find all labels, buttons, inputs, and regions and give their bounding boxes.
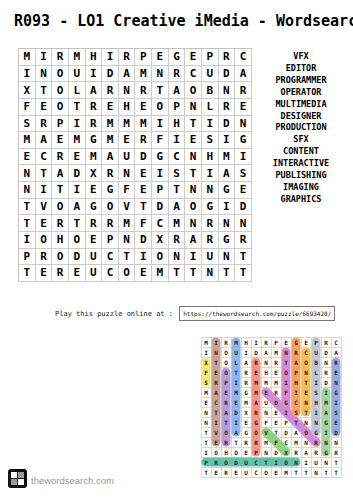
grid-cell: T: [219, 265, 236, 282]
grid-cell: O: [281, 367, 291, 377]
grid-cell: I: [102, 49, 119, 66]
grid-cell: M: [135, 116, 152, 133]
grid-cell: R: [221, 337, 231, 347]
grid-cell: T: [201, 427, 211, 437]
grid-cell: T: [19, 265, 36, 282]
grid-cell: I: [321, 427, 331, 437]
grid-cell: F: [271, 437, 281, 447]
grid-cell: R: [241, 367, 251, 377]
grid-cell: R: [219, 99, 236, 116]
grid-cell: T: [169, 182, 186, 199]
grid-cell: R: [202, 232, 219, 249]
grid-cell: M: [321, 397, 331, 407]
grid-cell: F: [201, 367, 211, 377]
grid-cell: T: [19, 215, 36, 232]
grid-cell: T: [281, 357, 291, 367]
grid-cell: E: [241, 417, 251, 427]
grid-cell: R: [291, 447, 301, 457]
grid-cell: G: [251, 417, 261, 427]
grid-cell: I: [231, 417, 241, 427]
grid-cell: S: [202, 132, 219, 149]
grid-cell: A: [52, 165, 69, 182]
grid-cell: P: [52, 116, 69, 133]
grid-cell: N: [185, 99, 202, 116]
grid-cell: R: [271, 387, 281, 397]
grid-cell: N: [202, 182, 219, 199]
grid-cell: R: [331, 447, 341, 457]
grid-cell: E: [271, 417, 281, 427]
grid-cell: T: [119, 249, 136, 266]
grid-cell: N: [201, 417, 211, 427]
grid-cell: E: [281, 337, 291, 347]
grid-cell: O: [52, 82, 69, 99]
grid-cell: N: [219, 82, 236, 99]
grid-cell: A: [86, 82, 103, 99]
grid-cell: F: [261, 417, 271, 427]
grid-cell: A: [211, 387, 221, 397]
site-logo-icon: [8, 469, 27, 488]
grid-cell: I: [241, 347, 251, 357]
grid-cell: V: [119, 199, 136, 216]
grid-cell: T: [271, 427, 281, 437]
grid-cell: R: [321, 337, 331, 347]
grid-cell: R: [219, 49, 236, 66]
word-list-item: PUBLISHING: [252, 170, 350, 182]
grid-cell: X: [19, 82, 36, 99]
word-list: VFXEDITORPROGRAMMEROPERATORMULTIMEDIADES…: [252, 51, 350, 206]
word-list-item: EDITOR: [252, 63, 350, 75]
grid-cell: I: [19, 66, 36, 83]
grid-cell: I: [201, 347, 211, 357]
grid-cell: T: [135, 199, 152, 216]
grid-cell: T: [169, 265, 186, 282]
grid-cell: D: [135, 232, 152, 249]
grid-cell: M: [119, 116, 136, 133]
grid-cell: N: [219, 215, 236, 232]
grid-cell: E: [152, 49, 169, 66]
grid-cell: G: [169, 49, 186, 66]
grid-cell: N: [301, 367, 311, 377]
grid-cell: N: [152, 66, 169, 83]
grid-cell: D: [321, 347, 331, 357]
grid-cell: M: [102, 116, 119, 133]
grid-cell: M: [271, 377, 281, 387]
grid-cell: U: [311, 347, 321, 357]
grid-cell: E: [211, 437, 221, 447]
grid-cell: I: [185, 249, 202, 266]
grid-cell: M: [281, 467, 291, 477]
grid-cell: U: [241, 457, 251, 467]
grid-cell: T: [36, 165, 53, 182]
grid-cell: O: [211, 447, 221, 457]
grid-cell: R: [251, 407, 261, 417]
grid-cell: E: [221, 387, 231, 397]
grid-cell: L: [69, 82, 86, 99]
grid-cell: G: [102, 182, 119, 199]
grid-cell: N: [201, 407, 211, 417]
grid-cell: T: [261, 457, 271, 467]
grid-cell: C: [169, 149, 186, 166]
grid-cell: N: [311, 417, 321, 427]
grid-cell: M: [69, 132, 86, 149]
grid-cell: I: [202, 116, 219, 133]
grid-cell: G: [241, 427, 251, 437]
grid-cell: R: [241, 437, 251, 447]
grid-cell: P: [291, 367, 301, 377]
grid-cell: E: [331, 367, 341, 377]
grid-cell: D: [152, 199, 169, 216]
grid-cell: R: [52, 149, 69, 166]
grid-cell: T: [185, 265, 202, 282]
grid-cell: E: [36, 265, 53, 282]
grid-cell: E: [19, 149, 36, 166]
grid-cell: T: [221, 417, 231, 427]
grid-cell: T: [301, 377, 311, 387]
grid-cell: R: [86, 215, 103, 232]
grid-cell: C: [291, 397, 301, 407]
grid-cell: E: [235, 182, 252, 199]
grid-cell: N: [321, 457, 331, 467]
grid-cell: H: [119, 99, 136, 116]
grid-cell: N: [301, 417, 311, 427]
grid-cell: A: [36, 132, 53, 149]
grid-cell: X: [152, 232, 169, 249]
grid-cell: O: [301, 427, 311, 437]
grid-cell: S: [311, 387, 321, 397]
grid-cell: B: [202, 82, 219, 99]
grid-cell: T: [331, 467, 341, 477]
grid-cell: U: [69, 66, 86, 83]
grid-cell: D: [235, 199, 252, 216]
grid-cell: C: [102, 265, 119, 282]
grid-cell: M: [19, 132, 36, 149]
grid-cell: R: [169, 232, 186, 249]
grid-cell: R: [251, 437, 261, 447]
word-list-item: PROGRAMMER: [252, 75, 350, 87]
grid-cell: A: [219, 165, 236, 182]
grid-cell: A: [235, 66, 252, 83]
grid-cell: N: [19, 165, 36, 182]
grid-cell: E: [69, 149, 86, 166]
grid-cell: T: [291, 467, 301, 477]
grid-cell: T: [152, 82, 169, 99]
grid-cell: A: [185, 232, 202, 249]
grid-cell: I: [211, 337, 221, 347]
play-online-label: Play this puzzle online at :: [55, 310, 177, 318]
grid-cell: U: [119, 149, 136, 166]
grid-cell: D: [231, 407, 241, 417]
grid-cell: E: [235, 99, 252, 116]
grid-cell: C: [185, 66, 202, 83]
grid-cell: D: [231, 457, 241, 467]
grid-cell: T: [291, 417, 301, 427]
grid-cell: M: [291, 437, 301, 447]
grid-cell: F: [152, 132, 169, 149]
grid-cell: H: [86, 49, 103, 66]
grid-cell: R: [86, 116, 103, 133]
grid-cell: D: [69, 249, 86, 266]
grid-cell: I: [235, 149, 252, 166]
grid-cell: D: [102, 66, 119, 83]
grid-cell: T: [201, 467, 211, 477]
grid-cell: A: [331, 347, 341, 357]
grid-cell: I: [301, 457, 311, 467]
grid-cell: L: [231, 357, 241, 367]
grid-cell: R: [235, 82, 252, 99]
word-list-item: OPERATOR: [252, 87, 350, 99]
grid-cell: R: [36, 249, 53, 266]
grid-cell: O: [221, 357, 231, 367]
grid-cell: E: [135, 165, 152, 182]
grid-cell: I: [251, 337, 261, 347]
grid-cell: R: [135, 132, 152, 149]
grid-cell: M: [251, 387, 261, 397]
grid-cell: I: [152, 116, 169, 133]
grid-cell: X: [86, 165, 103, 182]
grid-cell: N: [281, 347, 291, 357]
grid-cell: R: [211, 377, 221, 387]
wordsearch-grid: MIRMHIRPEGEPRCINOUIDAMNRCUDAXTOLARNRTAOB…: [18, 48, 252, 282]
grid-cell: H: [202, 149, 219, 166]
grid-cell: N: [19, 182, 36, 199]
grid-cell: E: [201, 397, 211, 407]
grid-cell: O: [251, 427, 261, 437]
grid-cell: E: [331, 417, 341, 427]
grid-cell: E: [102, 99, 119, 116]
grid-cell: D: [321, 377, 331, 387]
grid-cell: O: [185, 199, 202, 216]
grid-cell: I: [211, 417, 221, 427]
grid-cell: T: [201, 437, 211, 447]
grid-cell: U: [311, 457, 321, 467]
grid-cell: M: [251, 377, 261, 387]
grid-cell: H: [241, 337, 251, 347]
grid-cell: T: [185, 116, 202, 133]
grid-cell: E: [69, 265, 86, 282]
grid-cell: I: [219, 132, 236, 149]
grid-cell: R: [221, 437, 231, 447]
grid-cell: M: [261, 437, 271, 447]
grid-cell: E: [185, 132, 202, 149]
grid-cell: A: [241, 357, 251, 367]
grid-cell: T: [19, 199, 36, 216]
grid-cell: R: [119, 49, 136, 66]
grid-cell: R: [135, 82, 152, 99]
grid-cell: C: [102, 249, 119, 266]
grid-cell: R: [241, 377, 251, 387]
grid-cell: M: [201, 387, 211, 397]
grid-cell: A: [169, 82, 186, 99]
grid-cell: P: [169, 99, 186, 116]
grid-cell: O: [36, 232, 53, 249]
grid-cell: G: [86, 132, 103, 149]
grid-cell: C: [281, 437, 291, 447]
grid-cell: O: [185, 82, 202, 99]
grid-cell: D: [281, 427, 291, 437]
grid-cell: P: [271, 337, 281, 347]
grid-cell: E: [301, 387, 311, 397]
grid-cell: C: [152, 215, 169, 232]
grid-cell: N: [261, 357, 271, 367]
grid-cell: U: [261, 397, 271, 407]
grid-cell: U: [202, 66, 219, 83]
word-list-item: MULTIMEDIA: [252, 99, 350, 111]
grid-cell: O: [152, 249, 169, 266]
grid-cell: R: [291, 347, 301, 357]
grid-cell: N: [202, 265, 219, 282]
grid-cell: I: [281, 407, 291, 417]
grid-cell: E: [271, 467, 281, 477]
grid-cell: M: [241, 397, 251, 407]
grid-cell: D: [135, 149, 152, 166]
grid-cell: S: [235, 165, 252, 182]
grid-cell: I: [69, 116, 86, 133]
grid-cell: D: [251, 347, 261, 357]
grid-cell: A: [291, 427, 301, 437]
grid-cell: N: [119, 165, 136, 182]
grid-cell: O: [152, 99, 169, 116]
grid-cell: I: [331, 397, 341, 407]
grid-cell: O: [301, 357, 311, 367]
grid-cell: U: [231, 347, 241, 357]
grid-cell: H: [52, 232, 69, 249]
grid-cell: I: [311, 377, 321, 387]
grid-cell: U: [241, 467, 251, 477]
grid-cell: M: [261, 377, 271, 387]
puzzle-url-link[interactable]: https://thewordsearch.com/puzzle/6693420…: [179, 306, 335, 321]
site-name: thewordsearch.com: [31, 475, 114, 486]
grid-cell: T: [301, 407, 311, 417]
grid-cell: N: [119, 82, 136, 99]
grid-cell: G: [331, 387, 341, 397]
grid-cell: O: [52, 199, 69, 216]
grid-cell: E: [119, 132, 136, 149]
grid-cell: O: [52, 66, 69, 83]
grid-cell: C: [211, 397, 221, 407]
grid-cell: O: [119, 265, 136, 282]
grid-cell: A: [169, 199, 186, 216]
word-list-item: DESIGNER: [252, 111, 350, 123]
grid-cell: T: [52, 182, 69, 199]
grid-cell: P: [19, 249, 36, 266]
grid-cell: C: [36, 149, 53, 166]
grid-cell: M: [231, 337, 241, 347]
grid-cell: R: [36, 116, 53, 133]
grid-cell: S: [169, 165, 186, 182]
grid-cell: G: [202, 199, 219, 216]
solution-grid: MIRMHIRPEGEPRCINOUIDAMNRCUDAXTOLARNRTAOB…: [201, 337, 342, 478]
grid-cell: C: [235, 49, 252, 66]
grid-cell: T: [69, 215, 86, 232]
grid-cell: G: [311, 427, 321, 437]
grid-cell: E: [211, 367, 221, 377]
grid-cell: E: [231, 397, 241, 407]
grid-cell: O: [102, 199, 119, 216]
grid-cell: G: [241, 387, 251, 397]
grid-cell: R: [271, 357, 281, 367]
grid-cell: T: [235, 249, 252, 266]
grid-cell: E: [86, 182, 103, 199]
grid-cell: N: [331, 437, 341, 447]
grid-cell: H: [291, 377, 301, 387]
grid-cell: G: [86, 199, 103, 216]
grid-cell: E: [86, 232, 103, 249]
grid-cell: R: [211, 457, 221, 467]
grid-cell: I: [152, 165, 169, 182]
grid-cell: E: [271, 367, 281, 377]
grid-cell: L: [202, 99, 219, 116]
grid-cell: M: [102, 132, 119, 149]
grid-cell: A: [321, 407, 331, 417]
grid-cell: R: [86, 99, 103, 116]
grid-cell: H: [169, 116, 186, 133]
grid-cell: V: [36, 199, 53, 216]
grid-cell: X: [201, 357, 211, 367]
grid-cell: N: [261, 407, 271, 417]
grid-cell: M: [119, 215, 136, 232]
grid-cell: I: [69, 182, 86, 199]
grid-cell: S: [291, 407, 301, 417]
grid-cell: T: [231, 367, 241, 377]
grid-cell: R: [331, 357, 341, 367]
grid-cell: A: [231, 427, 241, 437]
grid-cell: O: [261, 467, 271, 477]
grid-cell: R: [221, 397, 231, 407]
grid-cell: E: [211, 467, 221, 477]
grid-cell: E: [52, 132, 69, 149]
grid-cell: I: [219, 199, 236, 216]
grid-cell: T: [211, 357, 221, 367]
grid-cell: R: [102, 82, 119, 99]
grid-cell: U: [202, 249, 219, 266]
grid-cell: I: [86, 66, 103, 83]
grid-cell: P: [102, 232, 119, 249]
grid-cell: P: [135, 49, 152, 66]
grid-cell: D: [69, 165, 86, 182]
grid-cell: F: [135, 215, 152, 232]
grid-cell: B: [311, 357, 321, 367]
grid-cell: I: [36, 182, 53, 199]
grid-cell: O: [281, 457, 291, 467]
grid-cell: L: [311, 367, 321, 377]
grid-cell: E: [261, 387, 271, 397]
grid-cell: N: [36, 66, 53, 83]
grid-cell: G: [321, 417, 331, 427]
word-list-item: PRODUCTION: [252, 122, 350, 134]
grid-cell: P: [281, 417, 291, 427]
grid-cell: T: [301, 467, 311, 477]
word-list-item: IMAGING: [252, 182, 350, 194]
grid-cell: X: [281, 447, 291, 457]
grid-cell: R: [102, 215, 119, 232]
grid-cell: M: [219, 149, 236, 166]
grid-cell: I: [281, 377, 291, 387]
word-list-item: SFX: [252, 134, 350, 146]
grid-cell: N: [291, 457, 301, 467]
grid-cell: F: [281, 387, 291, 397]
grid-cell: N: [311, 467, 321, 477]
grid-cell: O: [69, 232, 86, 249]
grid-cell: O: [221, 427, 231, 437]
grid-cell: I: [231, 377, 241, 387]
grid-cell: P: [221, 377, 231, 387]
grid-cell: N: [119, 232, 136, 249]
grid-cell: I: [271, 457, 281, 467]
grid-cell: N: [185, 215, 202, 232]
grid-cell: R: [321, 367, 331, 377]
grid-cell: E: [271, 407, 281, 417]
grid-cell: N: [321, 437, 331, 447]
